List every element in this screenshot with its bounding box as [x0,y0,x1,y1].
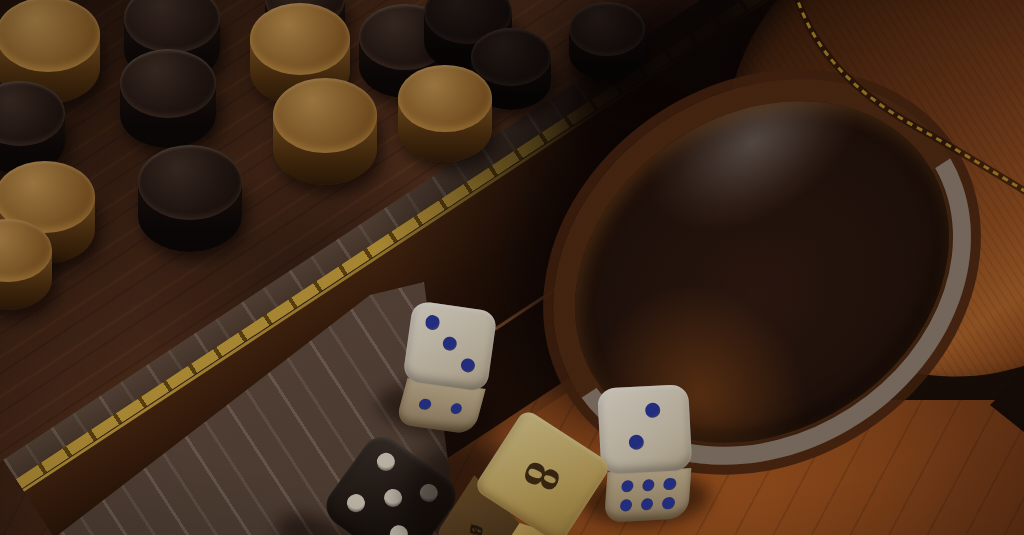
doubling-cube-left-bottom-digit: 6 [467,522,486,535]
backgammon-photo-scene: 2 6 4 8 [0,0,1024,535]
